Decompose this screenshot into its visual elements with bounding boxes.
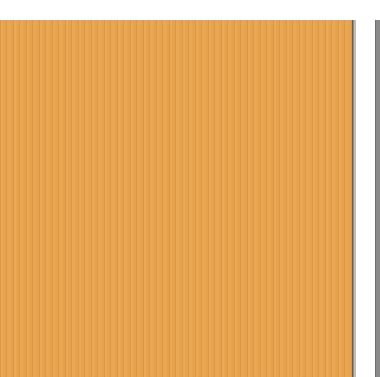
board-right-edge xyxy=(352,20,356,377)
row-coordinates xyxy=(356,20,375,377)
column-coordinates xyxy=(0,0,380,20)
window-edge-bar xyxy=(375,20,380,377)
stones-grid xyxy=(0,24,356,377)
go-board[interactable] xyxy=(0,20,353,377)
go-game-screenshot xyxy=(0,0,380,377)
